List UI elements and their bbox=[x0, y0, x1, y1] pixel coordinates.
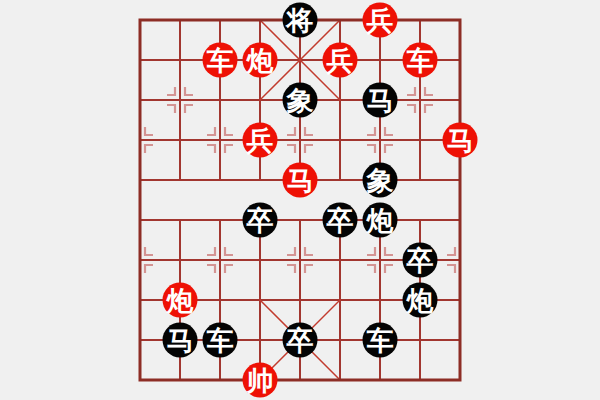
board-point-f8r6[interactable] bbox=[400, 200, 440, 240]
board-point-f3r6[interactable] bbox=[200, 200, 240, 240]
board-point-f7r6[interactable]: 炮 bbox=[360, 200, 400, 240]
board-point-f6r7[interactable] bbox=[320, 240, 360, 280]
board-point-f2r7[interactable] bbox=[160, 240, 200, 280]
piece-black-general[interactable]: 将 bbox=[283, 3, 318, 38]
piece-red-general[interactable]: 帅 bbox=[243, 363, 278, 398]
board-point-f4r2[interactable]: 炮 bbox=[240, 40, 280, 80]
xiangqi-board: 将兵车炮兵车象马兵马马象卒卒炮卒炮炮马车卒车帅 bbox=[120, 0, 480, 400]
piece-red-horse[interactable]: 马 bbox=[443, 123, 478, 158]
piece-black-elephant[interactable]: 象 bbox=[283, 83, 318, 118]
board-point-f1r9[interactable] bbox=[120, 320, 160, 360]
board-point-f9r7[interactable] bbox=[440, 240, 480, 280]
board-point-f2r2[interactable] bbox=[160, 40, 200, 80]
board-point-f7r7[interactable] bbox=[360, 240, 400, 280]
piece-black-cannon[interactable]: 炮 bbox=[403, 283, 438, 318]
board-point-f2r4[interactable] bbox=[160, 120, 200, 160]
board-point-f2r5[interactable] bbox=[160, 160, 200, 200]
piece-black-chariot[interactable]: 车 bbox=[203, 323, 238, 358]
board-point-f4r3[interactable] bbox=[240, 80, 280, 120]
board-point-f3r7[interactable] bbox=[200, 240, 240, 280]
board-point-f6r1[interactable] bbox=[320, 0, 360, 40]
board-point-f5r1[interactable]: 将 bbox=[280, 0, 320, 40]
board-point-f9r4[interactable]: 马 bbox=[440, 120, 480, 160]
board-point-f7r8[interactable] bbox=[360, 280, 400, 320]
piece-black-cannon[interactable]: 炮 bbox=[363, 203, 398, 238]
board-point-f4r7[interactable] bbox=[240, 240, 280, 280]
board-point-f2r1[interactable] bbox=[160, 0, 200, 40]
board-point-f9r8[interactable] bbox=[440, 280, 480, 320]
board-point-f4r9[interactable] bbox=[240, 320, 280, 360]
board-point-f8r5[interactable] bbox=[400, 160, 440, 200]
board-point-f6r3[interactable] bbox=[320, 80, 360, 120]
board-point-f1r2[interactable] bbox=[120, 40, 160, 80]
board-point-f8r3[interactable] bbox=[400, 80, 440, 120]
board-point-f3r2[interactable]: 车 bbox=[200, 40, 240, 80]
board-point-f8r7[interactable]: 卒 bbox=[400, 240, 440, 280]
piece-black-chariot[interactable]: 车 bbox=[363, 323, 398, 358]
board-point-f7r3[interactable]: 马 bbox=[360, 80, 400, 120]
piece-black-soldier[interactable]: 卒 bbox=[243, 203, 278, 238]
board-point-f9r5[interactable] bbox=[440, 160, 480, 200]
board-point-f8r8[interactable]: 炮 bbox=[400, 280, 440, 320]
board-point-f8r2[interactable]: 车 bbox=[400, 40, 440, 80]
board-point-f4r5[interactable] bbox=[240, 160, 280, 200]
board-point-f1r6[interactable] bbox=[120, 200, 160, 240]
board-point-f5r10[interactable] bbox=[280, 360, 320, 400]
piece-black-elephant[interactable]: 象 bbox=[363, 163, 398, 198]
board-point-f2r8[interactable]: 炮 bbox=[160, 280, 200, 320]
board-point-f9r1[interactable] bbox=[440, 0, 480, 40]
board-point-f3r4[interactable] bbox=[200, 120, 240, 160]
board-point-f6r9[interactable] bbox=[320, 320, 360, 360]
board-point-f5r3[interactable]: 象 bbox=[280, 80, 320, 120]
piece-red-cannon[interactable]: 炮 bbox=[163, 283, 198, 318]
board-point-f7r5[interactable]: 象 bbox=[360, 160, 400, 200]
xiangqi-diagram: 将兵车炮兵车象马兵马马象卒卒炮卒炮炮马车卒车帅 bbox=[0, 0, 600, 400]
board-point-f2r3[interactable] bbox=[160, 80, 200, 120]
piece-black-soldier[interactable]: 卒 bbox=[403, 243, 438, 278]
board-point-f5r5[interactable]: 马 bbox=[280, 160, 320, 200]
board-point-f5r9[interactable]: 卒 bbox=[280, 320, 320, 360]
board-point-f7r4[interactable] bbox=[360, 120, 400, 160]
piece-black-horse[interactable]: 马 bbox=[163, 323, 198, 358]
board-point-f1r5[interactable] bbox=[120, 160, 160, 200]
board-point-f3r10[interactable] bbox=[200, 360, 240, 400]
board-point-f1r4[interactable] bbox=[120, 120, 160, 160]
board-point-f3r9[interactable]: 车 bbox=[200, 320, 240, 360]
board-point-f4r10[interactable]: 帅 bbox=[240, 360, 280, 400]
piece-black-soldier[interactable]: 卒 bbox=[323, 203, 358, 238]
board-point-f2r10[interactable] bbox=[160, 360, 200, 400]
board-point-f1r8[interactable] bbox=[120, 280, 160, 320]
board-point-f2r9[interactable]: 马 bbox=[160, 320, 200, 360]
board-point-f6r8[interactable] bbox=[320, 280, 360, 320]
board-point-f8r9[interactable] bbox=[400, 320, 440, 360]
piece-red-soldier[interactable]: 兵 bbox=[243, 123, 278, 158]
board-point-f7r9[interactable]: 车 bbox=[360, 320, 400, 360]
board-point-f9r3[interactable] bbox=[440, 80, 480, 120]
board-point-f3r1[interactable] bbox=[200, 0, 240, 40]
board-point-f5r2[interactable] bbox=[280, 40, 320, 80]
board-point-f8r1[interactable] bbox=[400, 0, 440, 40]
board-point-f5r4[interactable] bbox=[280, 120, 320, 160]
board-point-f5r8[interactable] bbox=[280, 280, 320, 320]
board-point-f4r4[interactable]: 兵 bbox=[240, 120, 280, 160]
board-point-f3r3[interactable] bbox=[200, 80, 240, 120]
board-point-f4r8[interactable] bbox=[240, 280, 280, 320]
board-point-f1r1[interactable] bbox=[120, 0, 160, 40]
board-point-f1r7[interactable] bbox=[120, 240, 160, 280]
board-point-f6r10[interactable] bbox=[320, 360, 360, 400]
board-point-f9r10[interactable] bbox=[440, 360, 480, 400]
board-point-f9r9[interactable] bbox=[440, 320, 480, 360]
board-point-f1r10[interactable] bbox=[120, 360, 160, 400]
board-point-f7r10[interactable] bbox=[360, 360, 400, 400]
board-point-f6r2[interactable]: 兵 bbox=[320, 40, 360, 80]
board-point-f9r6[interactable] bbox=[440, 200, 480, 240]
piece-black-soldier[interactable]: 卒 bbox=[283, 323, 318, 358]
piece-red-chariot[interactable]: 车 bbox=[203, 43, 238, 78]
piece-red-horse[interactable]: 马 bbox=[283, 163, 318, 198]
piece-red-soldier[interactable]: 兵 bbox=[323, 43, 358, 78]
board-point-f8r10[interactable] bbox=[400, 360, 440, 400]
board-point-f5r7[interactable] bbox=[280, 240, 320, 280]
board-point-f6r6[interactable]: 卒 bbox=[320, 200, 360, 240]
board-point-f3r8[interactable] bbox=[200, 280, 240, 320]
board-point-f6r4[interactable] bbox=[320, 120, 360, 160]
board-point-f7r1[interactable]: 兵 bbox=[360, 0, 400, 40]
board-point-f2r6[interactable] bbox=[160, 200, 200, 240]
piece-red-soldier[interactable]: 兵 bbox=[363, 3, 398, 38]
board-point-f3r5[interactable] bbox=[200, 160, 240, 200]
board-point-f5r6[interactable] bbox=[280, 200, 320, 240]
piece-red-chariot[interactable]: 车 bbox=[403, 43, 438, 78]
board-point-f6r5[interactable] bbox=[320, 160, 360, 200]
board-point-f7r2[interactable] bbox=[360, 40, 400, 80]
board-point-f8r4[interactable] bbox=[400, 120, 440, 160]
board-point-f4r6[interactable]: 卒 bbox=[240, 200, 280, 240]
piece-black-horse[interactable]: 马 bbox=[363, 83, 398, 118]
board-point-f1r3[interactable] bbox=[120, 80, 160, 120]
piece-red-cannon[interactable]: 炮 bbox=[243, 43, 278, 78]
board-point-f9r2[interactable] bbox=[440, 40, 480, 80]
board-point-f4r1[interactable] bbox=[240, 0, 280, 40]
